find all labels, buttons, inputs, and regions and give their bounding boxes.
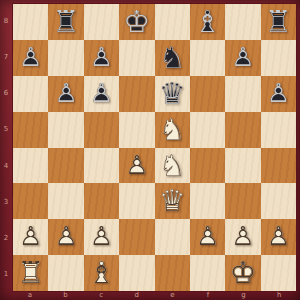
white-knight[interactable]: ♞♘ — [155, 112, 190, 148]
square-h3[interactable] — [261, 183, 296, 219]
square-g2[interactable]: ♟♙ — [225, 219, 260, 255]
square-f2[interactable]: ♟♙ — [190, 219, 225, 255]
black-rook[interactable]: ♜♖ — [48, 4, 83, 40]
white-queen[interactable]: ♛♕ — [155, 183, 190, 219]
square-c6[interactable]: ♟♙ — [84, 76, 119, 112]
piece-outline-glyph: ♕ — [155, 183, 190, 219]
square-a1[interactable]: ♜♖ — [13, 255, 48, 291]
square-h5[interactable] — [261, 112, 296, 148]
black-knight[interactable]: ♞♘ — [155, 40, 190, 76]
white-pawn[interactable]: ♟♙ — [13, 219, 48, 255]
black-pawn[interactable]: ♟♙ — [261, 76, 296, 112]
square-b2[interactable]: ♟♙ — [48, 219, 83, 255]
chess-board: ♜♖♚♔♝♗♜♖♟♙♟♙♞♘♟♙♟♙♟♙♛♕♟♙♞♘♟♙♞♘♛♕♟♙♟♙♟♙♟♙… — [12, 3, 297, 292]
square-g6[interactable] — [225, 76, 260, 112]
piece-outline-glyph: ♙ — [261, 219, 296, 255]
chess-diagram: 87654321 ♜♖♚♔♝♗♜♖♟♙♟♙♞♘♟♙♟♙♟♙♛♕♟♙♞♘♟♙♞♘♛… — [0, 0, 300, 300]
piece-outline-glyph: ♙ — [119, 148, 154, 184]
file-label-a: a — [12, 291, 48, 299]
square-e5[interactable]: ♞♘ — [155, 112, 190, 148]
black-pawn[interactable]: ♟♙ — [84, 40, 119, 76]
piece-outline-glyph: ♙ — [48, 76, 83, 112]
piece-outline-glyph: ♙ — [261, 76, 296, 112]
piece-outline-glyph: ♙ — [13, 40, 48, 76]
square-a4[interactable] — [13, 148, 48, 184]
piece-outline-glyph: ♕ — [155, 76, 190, 112]
square-e3[interactable]: ♛♕ — [155, 183, 190, 219]
square-d1[interactable] — [119, 255, 154, 291]
file-label-b: b — [48, 291, 84, 299]
square-c5[interactable] — [84, 112, 119, 148]
square-g4[interactable] — [225, 148, 260, 184]
file-label-d: d — [119, 291, 155, 299]
square-c7[interactable]: ♟♙ — [84, 40, 119, 76]
white-pawn[interactable]: ♟♙ — [48, 219, 83, 255]
square-d5[interactable] — [119, 112, 154, 148]
white-pawn[interactable]: ♟♙ — [84, 219, 119, 255]
square-f5[interactable] — [190, 112, 225, 148]
square-e7[interactable]: ♞♘ — [155, 40, 190, 76]
black-pawn[interactable]: ♟♙ — [84, 76, 119, 112]
square-f8[interactable]: ♝♗ — [190, 4, 225, 40]
square-f3[interactable] — [190, 183, 225, 219]
square-e8[interactable] — [155, 4, 190, 40]
piece-outline-glyph: ♗ — [84, 255, 119, 291]
rank-labels: 87654321 — [0, 3, 12, 292]
file-label-c: c — [83, 291, 119, 299]
white-bishop[interactable]: ♝♗ — [84, 255, 119, 291]
square-e4[interactable]: ♞♘ — [155, 148, 190, 184]
square-d8[interactable]: ♚♔ — [119, 4, 154, 40]
rank-label-2: 2 — [0, 220, 12, 256]
square-g8[interactable] — [225, 4, 260, 40]
square-h8[interactable]: ♜♖ — [261, 4, 296, 40]
black-queen[interactable]: ♛♕ — [155, 76, 190, 112]
square-b5[interactable] — [48, 112, 83, 148]
square-a8[interactable] — [13, 4, 48, 40]
square-e1[interactable] — [155, 255, 190, 291]
piece-outline-glyph: ♖ — [261, 4, 296, 40]
piece-outline-glyph: ♙ — [48, 219, 83, 255]
file-label-e: e — [155, 291, 191, 299]
piece-outline-glyph: ♙ — [190, 219, 225, 255]
file-label-g: g — [226, 291, 262, 299]
square-a6[interactable] — [13, 76, 48, 112]
piece-outline-glyph: ♘ — [155, 40, 190, 76]
piece-outline-glyph: ♙ — [225, 219, 260, 255]
piece-outline-glyph: ♙ — [84, 40, 119, 76]
square-f6[interactable] — [190, 76, 225, 112]
square-e2[interactable] — [155, 219, 190, 255]
file-label-f: f — [190, 291, 226, 299]
black-king[interactable]: ♚♔ — [119, 4, 154, 40]
white-rook[interactable]: ♜♖ — [13, 255, 48, 291]
piece-outline-glyph: ♙ — [84, 76, 119, 112]
square-a2[interactable]: ♟♙ — [13, 219, 48, 255]
rank-label-7: 7 — [0, 39, 12, 75]
rank-label-5: 5 — [0, 111, 12, 147]
square-g5[interactable] — [225, 112, 260, 148]
piece-outline-glyph: ♙ — [84, 219, 119, 255]
square-d6[interactable] — [119, 76, 154, 112]
square-f4[interactable] — [190, 148, 225, 184]
white-pawn[interactable]: ♟♙ — [261, 219, 296, 255]
square-c2[interactable]: ♟♙ — [84, 219, 119, 255]
square-h1[interactable] — [261, 255, 296, 291]
square-f7[interactable] — [190, 40, 225, 76]
white-king[interactable]: ♚♔ — [225, 255, 260, 291]
black-bishop[interactable]: ♝♗ — [190, 4, 225, 40]
square-a3[interactable] — [13, 183, 48, 219]
rank-label-1: 1 — [0, 256, 12, 292]
piece-outline-glyph: ♔ — [225, 255, 260, 291]
rank-label-3: 3 — [0, 184, 12, 220]
rank-label-8: 8 — [0, 3, 12, 39]
white-pawn[interactable]: ♟♙ — [119, 148, 154, 184]
square-a7[interactable]: ♟♙ — [13, 40, 48, 76]
square-c4[interactable] — [84, 148, 119, 184]
square-f1[interactable] — [190, 255, 225, 291]
black-rook[interactable]: ♜♖ — [261, 4, 296, 40]
square-c1[interactable]: ♝♗ — [84, 255, 119, 291]
piece-outline-glyph: ♔ — [119, 4, 154, 40]
square-d2[interactable] — [119, 219, 154, 255]
square-c8[interactable] — [84, 4, 119, 40]
square-b7[interactable] — [48, 40, 83, 76]
piece-outline-glyph: ♖ — [13, 255, 48, 291]
square-b8[interactable]: ♜♖ — [48, 4, 83, 40]
rank-label-6: 6 — [0, 75, 12, 111]
square-b3[interactable] — [48, 183, 83, 219]
square-h4[interactable] — [261, 148, 296, 184]
piece-outline-glyph: ♗ — [190, 4, 225, 40]
square-d3[interactable] — [119, 183, 154, 219]
piece-outline-glyph: ♘ — [155, 112, 190, 148]
white-knight[interactable]: ♞♘ — [155, 148, 190, 184]
square-h6[interactable]: ♟♙ — [261, 76, 296, 112]
rank-label-4: 4 — [0, 148, 12, 184]
square-g3[interactable] — [225, 183, 260, 219]
square-d7[interactable] — [119, 40, 154, 76]
square-b6[interactable]: ♟♙ — [48, 76, 83, 112]
piece-outline-glyph: ♖ — [48, 4, 83, 40]
black-pawn[interactable]: ♟♙ — [225, 40, 260, 76]
white-pawn[interactable]: ♟♙ — [190, 219, 225, 255]
square-c3[interactable] — [84, 183, 119, 219]
square-d4[interactable]: ♟♙ — [119, 148, 154, 184]
square-b1[interactable] — [48, 255, 83, 291]
square-e6[interactable]: ♛♕ — [155, 76, 190, 112]
piece-outline-glyph: ♙ — [13, 219, 48, 255]
square-a5[interactable] — [13, 112, 48, 148]
piece-outline-glyph: ♘ — [155, 148, 190, 184]
file-label-h: h — [261, 291, 297, 299]
square-h7[interactable] — [261, 40, 296, 76]
file-labels: abcdefgh — [12, 291, 297, 299]
square-b4[interactable] — [48, 148, 83, 184]
square-g7[interactable]: ♟♙ — [225, 40, 260, 76]
square-g1[interactable]: ♚♔ — [225, 255, 260, 291]
black-pawn[interactable]: ♟♙ — [48, 76, 83, 112]
square-h2[interactable]: ♟♙ — [261, 219, 296, 255]
black-pawn[interactable]: ♟♙ — [13, 40, 48, 76]
piece-outline-glyph: ♙ — [225, 40, 260, 76]
white-pawn[interactable]: ♟♙ — [225, 219, 260, 255]
